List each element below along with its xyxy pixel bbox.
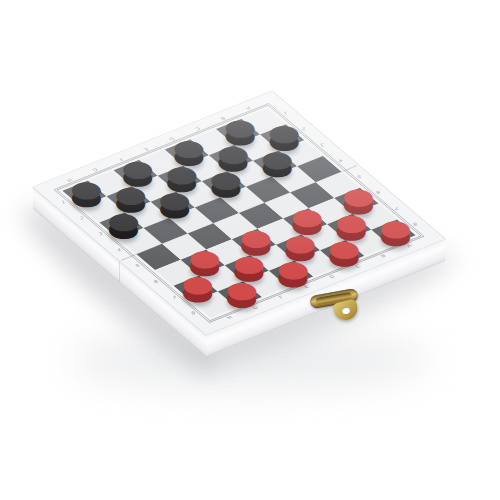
label-file-near-a: A <box>405 243 413 248</box>
label-rank-left-1: 1 <box>61 200 66 204</box>
label-rank-left-2: 2 <box>79 216 84 220</box>
label-rank-right-1: 1 <box>283 111 288 115</box>
label-rank-right-7: 7 <box>394 206 399 210</box>
label-file-near-c: C <box>354 264 362 269</box>
label-file-near-b: B <box>380 254 388 259</box>
label-file-near-f: F <box>277 295 284 300</box>
label-file-near-d: D <box>328 274 336 279</box>
label-rank-right-2: 2 <box>301 127 306 131</box>
label-rank-left-6: 6 <box>153 279 158 283</box>
label-file-near-g: G <box>251 305 259 310</box>
label-rank-left-5: 5 <box>135 263 140 267</box>
fold-seam-side <box>119 261 120 283</box>
label-rank-left-4: 4 <box>116 247 121 251</box>
label-rank-right-4: 4 <box>338 158 343 162</box>
label-rank-right-6: 6 <box>375 190 380 194</box>
brass-clasp-hasp <box>332 298 360 322</box>
label-rank-left-3: 3 <box>98 232 103 236</box>
label-rank-left-8: 8 <box>190 311 195 315</box>
label-rank-left-7: 7 <box>172 295 177 299</box>
label-rank-right-5: 5 <box>357 174 362 178</box>
label-rank-right-3: 3 <box>320 142 325 146</box>
brass-clasp[interactable] <box>308 288 368 328</box>
label-rank-right-8: 8 <box>412 222 417 226</box>
label-file-near-h: H <box>226 315 234 320</box>
